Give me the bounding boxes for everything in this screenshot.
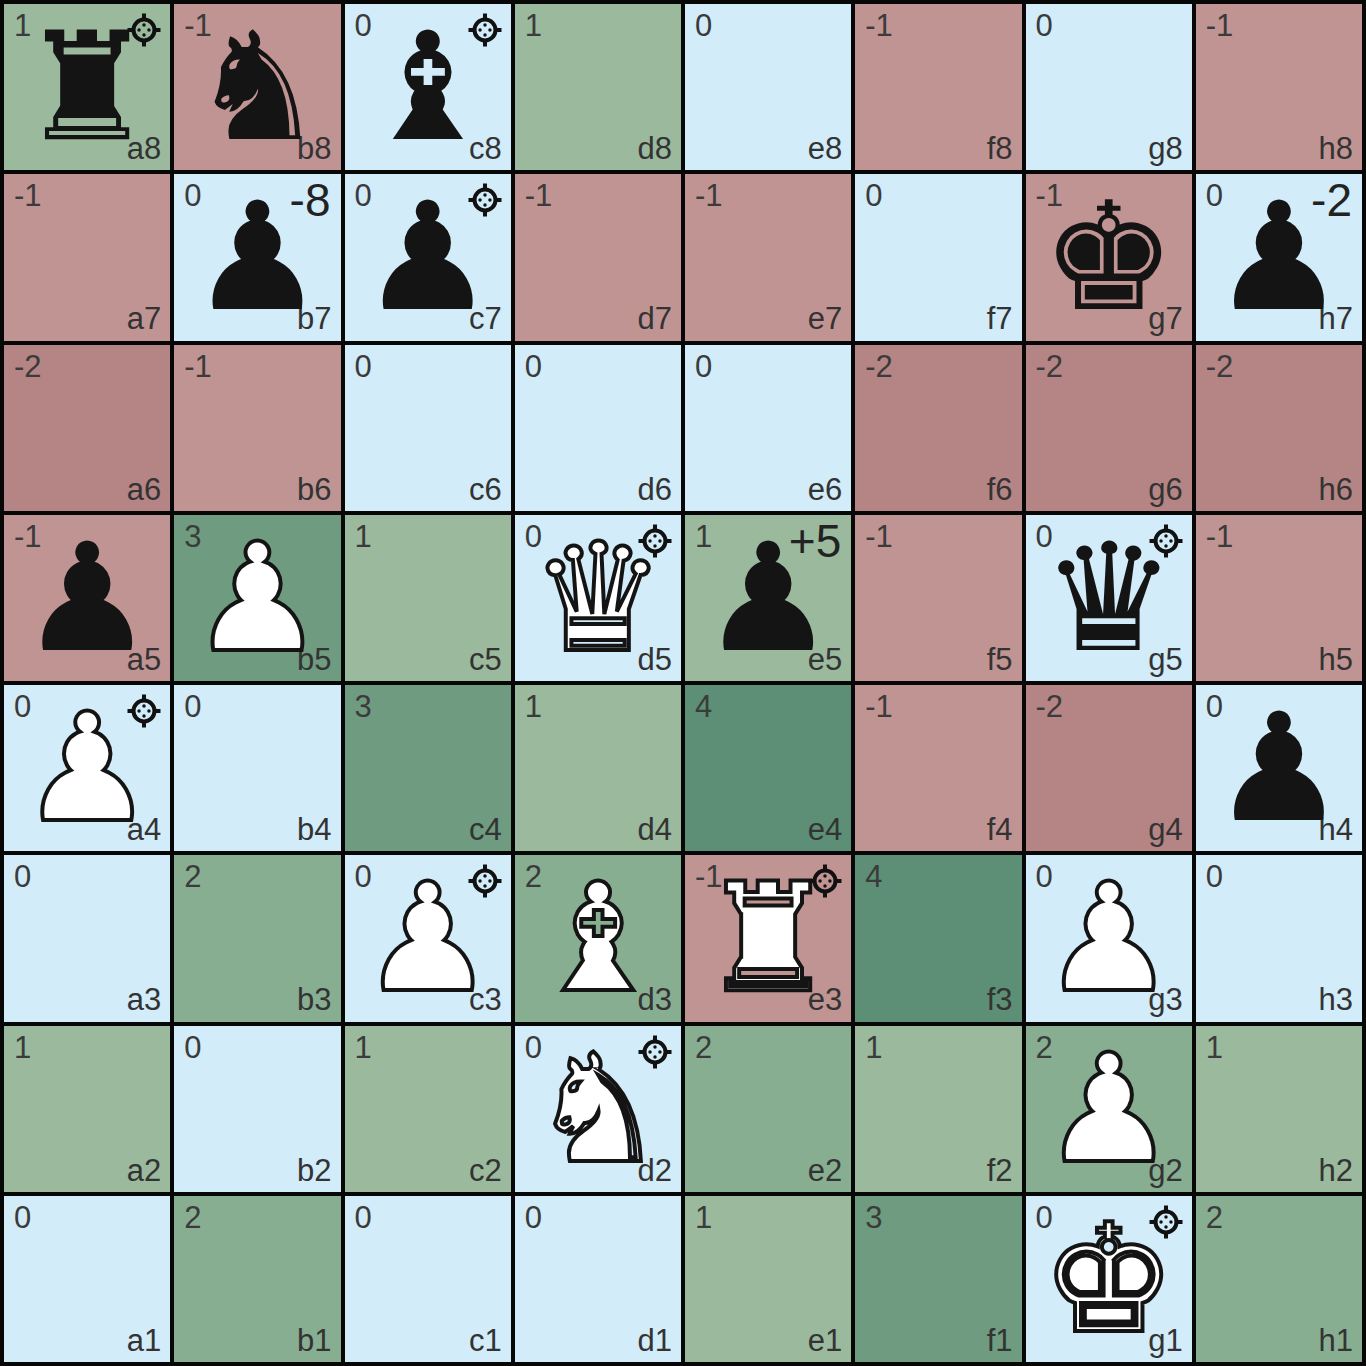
eval-value-label: 2 — [184, 859, 201, 895]
square-b2[interactable]: 0b2 — [174, 1026, 340, 1192]
square-d1[interactable]: 0d1 — [515, 1196, 681, 1362]
square-b8[interactable]: -1♞b8 — [174, 4, 340, 170]
eval-value-label: -1 — [184, 349, 212, 385]
square-h8[interactable]: -1h8 — [1196, 4, 1362, 170]
square-g2[interactable]: 2♟g2 — [1026, 1026, 1192, 1192]
eval-value-label: 3 — [184, 519, 201, 555]
square-coordinate-label: c5 — [469, 643, 502, 677]
square-h2[interactable]: 1h2 — [1196, 1026, 1362, 1192]
eval-value-label: 0 — [695, 8, 712, 44]
square-coordinate-label: d4 — [638, 813, 672, 847]
eval-value-label: 0 — [355, 859, 372, 895]
eval-value-label: 0 — [1206, 178, 1223, 214]
square-d5[interactable]: 0♛d5 — [515, 515, 681, 681]
square-f2[interactable]: 1f2 — [855, 1026, 1021, 1192]
square-coordinate-label: e4 — [808, 813, 842, 847]
chess-board: 1♜a8-1♞b80♝c81d80e8-1f80g8-1h8-1a70-8♟b7… — [0, 0, 1366, 1366]
square-coordinate-label: f4 — [987, 813, 1013, 847]
square-coordinate-label: c6 — [469, 473, 502, 507]
square-e2[interactable]: 2e2 — [685, 1026, 851, 1192]
eval-value-label: 0 — [525, 349, 542, 385]
square-f3[interactable]: 4f3 — [855, 855, 1021, 1021]
square-coordinate-label: g6 — [1148, 473, 1182, 507]
square-a1[interactable]: 0a1 — [4, 1196, 170, 1362]
square-a3[interactable]: 0a3 — [4, 855, 170, 1021]
eval-value-label: -2 — [1036, 349, 1064, 385]
square-c4[interactable]: 3c4 — [345, 685, 511, 851]
square-g6[interactable]: -2g6 — [1026, 345, 1192, 511]
eval-value-label: -1 — [1206, 8, 1234, 44]
eval-value-label: 0 — [184, 689, 201, 725]
square-coordinate-label: b1 — [297, 1324, 331, 1358]
eval-value-label: -1 — [1206, 519, 1234, 555]
eval-value-label: -1 — [14, 519, 42, 555]
square-coordinate-label: e8 — [808, 132, 842, 166]
square-coordinate-label: d6 — [638, 473, 672, 507]
crosshair-target-icon — [1148, 523, 1184, 559]
square-b4[interactable]: 0b4 — [174, 685, 340, 851]
square-a6[interactable]: -2a6 — [4, 345, 170, 511]
eval-value-label: 1 — [14, 8, 31, 44]
square-f1[interactable]: 3f1 — [855, 1196, 1021, 1362]
eval-value-label: 0 — [184, 1030, 201, 1066]
eval-value-label: -1 — [695, 178, 723, 214]
square-e1[interactable]: 1e1 — [685, 1196, 851, 1362]
square-coordinate-label: b3 — [297, 983, 331, 1017]
eval-value-label: 0 — [14, 1200, 31, 1236]
square-a7[interactable]: -1a7 — [4, 174, 170, 340]
eval-value-label: 0 — [355, 349, 372, 385]
eval-value-label: 0 — [1036, 859, 1053, 895]
square-g3[interactable]: 0♟g3 — [1026, 855, 1192, 1021]
score-annotation-label: -8 — [290, 174, 331, 227]
crosshair-target-icon — [637, 1034, 673, 1070]
crosshair-target-icon — [1148, 1204, 1184, 1240]
square-coordinate-label: b4 — [297, 813, 331, 847]
square-coordinate-label: h3 — [1319, 983, 1353, 1017]
square-coordinate-label: a2 — [127, 1154, 161, 1188]
square-d8[interactable]: 1d8 — [515, 4, 681, 170]
square-coordinate-label: f8 — [987, 132, 1013, 166]
square-coordinate-label: f2 — [987, 1154, 1013, 1188]
square-h4[interactable]: 0♟h4 — [1196, 685, 1362, 851]
square-d6[interactable]: 0d6 — [515, 345, 681, 511]
eval-value-label: 2 — [184, 1200, 201, 1236]
square-coordinate-label: c4 — [469, 813, 502, 847]
eval-value-label: 3 — [355, 689, 372, 725]
eval-value-label: 0 — [14, 689, 31, 725]
square-c3[interactable]: 0♟c3 — [345, 855, 511, 1021]
square-a8[interactable]: 1♜a8 — [4, 4, 170, 170]
eval-value-label: 0 — [1036, 519, 1053, 555]
crosshair-target-icon — [126, 693, 162, 729]
eval-value-label: 0 — [184, 178, 201, 214]
square-h5[interactable]: -1h5 — [1196, 515, 1362, 681]
square-coordinate-label: b6 — [297, 473, 331, 507]
eval-value-label: -2 — [1206, 349, 1234, 385]
square-coordinate-label: e7 — [808, 302, 842, 336]
square-coordinate-label: b2 — [297, 1154, 331, 1188]
eval-value-label: 0 — [865, 178, 882, 214]
eval-value-label: 1 — [695, 519, 712, 555]
square-f6[interactable]: -2f6 — [855, 345, 1021, 511]
eval-value-label: -1 — [525, 178, 553, 214]
eval-value-label: 2 — [1036, 1030, 1053, 1066]
eval-value-label: -2 — [865, 349, 893, 385]
square-coordinate-label: h8 — [1319, 132, 1353, 166]
square-h1[interactable]: 2h1 — [1196, 1196, 1362, 1362]
square-c8[interactable]: 0♝c8 — [345, 4, 511, 170]
crosshair-target-icon — [637, 523, 673, 559]
square-a4[interactable]: 0♟a4 — [4, 685, 170, 851]
eval-value-label: 1 — [695, 1200, 712, 1236]
square-coordinate-label: a3 — [127, 983, 161, 1017]
square-coordinate-label: d1 — [638, 1324, 672, 1358]
crosshair-target-icon — [467, 863, 503, 899]
square-d4[interactable]: 1d4 — [515, 685, 681, 851]
square-coordinate-label: a6 — [127, 473, 161, 507]
square-b5[interactable]: 3♟b5 — [174, 515, 340, 681]
eval-value-label: 4 — [695, 689, 712, 725]
square-g1[interactable]: 0♚g1 — [1026, 1196, 1192, 1362]
square-g5[interactable]: 0♛g5 — [1026, 515, 1192, 681]
eval-value-label: -1 — [865, 519, 893, 555]
square-d2[interactable]: 0♞d2 — [515, 1026, 681, 1192]
square-e6[interactable]: 0e6 — [685, 345, 851, 511]
score-annotation-label: +5 — [789, 515, 841, 568]
square-coordinate-label: f5 — [987, 643, 1013, 677]
eval-value-label: 2 — [695, 1030, 712, 1066]
eval-value-label: 1 — [525, 689, 542, 725]
eval-value-label: -1 — [865, 8, 893, 44]
eval-value-label: 0 — [14, 859, 31, 895]
square-coordinate-label: h1 — [1319, 1324, 1353, 1358]
square-coordinate-label: e1 — [808, 1324, 842, 1358]
square-coordinate-label: f3 — [987, 983, 1013, 1017]
crosshair-target-icon — [467, 182, 503, 218]
square-e7[interactable]: -1e7 — [685, 174, 851, 340]
eval-value-label: -1 — [695, 859, 723, 895]
square-h7[interactable]: 0-2♟h7 — [1196, 174, 1362, 340]
square-coordinate-label: c2 — [469, 1154, 502, 1188]
square-coordinate-label: h6 — [1319, 473, 1353, 507]
square-c7[interactable]: 0♟c7 — [345, 174, 511, 340]
square-f8[interactable]: -1f8 — [855, 4, 1021, 170]
eval-value-label: 1 — [525, 8, 542, 44]
square-coordinate-label: h5 — [1319, 643, 1353, 677]
square-coordinate-label: a7 — [127, 302, 161, 336]
eval-value-label: 0 — [355, 178, 372, 214]
square-coordinate-label: g4 — [1148, 813, 1182, 847]
eval-value-label: -1 — [1036, 178, 1064, 214]
square-g7[interactable]: -1♚g7 — [1026, 174, 1192, 340]
square-e5[interactable]: 1+5♟e5 — [685, 515, 851, 681]
eval-value-label: 0 — [1036, 1200, 1053, 1236]
square-h6[interactable]: -2h6 — [1196, 345, 1362, 511]
eval-value-label: 0 — [1206, 859, 1223, 895]
eval-value-label: 0 — [525, 1030, 542, 1066]
eval-value-label: 2 — [1206, 1200, 1223, 1236]
eval-value-label: 0 — [525, 519, 542, 555]
square-a5[interactable]: -1♟a5 — [4, 515, 170, 681]
square-coordinate-label: f6 — [987, 473, 1013, 507]
square-b6[interactable]: -1b6 — [174, 345, 340, 511]
eval-value-label: -2 — [14, 349, 42, 385]
square-coordinate-label: a1 — [127, 1324, 161, 1358]
crosshair-target-icon — [126, 12, 162, 48]
square-coordinate-label: c1 — [469, 1324, 502, 1358]
square-g8[interactable]: 0g8 — [1026, 4, 1192, 170]
eval-value-label: 2 — [525, 859, 542, 895]
eval-value-label: 0 — [355, 1200, 372, 1236]
square-c6[interactable]: 0c6 — [345, 345, 511, 511]
square-coordinate-label: d7 — [638, 302, 672, 336]
square-coordinate-label: d8 — [638, 132, 672, 166]
square-coordinate-label: h2 — [1319, 1154, 1353, 1188]
square-b7[interactable]: 0-8♟b7 — [174, 174, 340, 340]
square-e4[interactable]: 4e4 — [685, 685, 851, 851]
square-f4[interactable]: -1f4 — [855, 685, 1021, 851]
square-d7[interactable]: -1d7 — [515, 174, 681, 340]
eval-value-label: 4 — [865, 859, 882, 895]
eval-value-label: -1 — [184, 8, 212, 44]
eval-value-label: -2 — [1036, 689, 1064, 725]
square-b1[interactable]: 2b1 — [174, 1196, 340, 1362]
square-h3[interactable]: 0h3 — [1196, 855, 1362, 1021]
square-c2[interactable]: 1c2 — [345, 1026, 511, 1192]
square-g4[interactable]: -2g4 — [1026, 685, 1192, 851]
eval-value-label: 1 — [14, 1030, 31, 1066]
crosshair-target-icon — [807, 863, 843, 899]
eval-value-label: 0 — [355, 8, 372, 44]
square-coordinate-label: e6 — [808, 473, 842, 507]
eval-value-label: 0 — [1036, 8, 1053, 44]
square-b3[interactable]: 2b3 — [174, 855, 340, 1021]
square-coordinate-label: f1 — [987, 1324, 1013, 1358]
eval-value-label: -1 — [865, 689, 893, 725]
square-coordinate-label: e2 — [808, 1154, 842, 1188]
square-a2[interactable]: 1a2 — [4, 1026, 170, 1192]
square-f5[interactable]: -1f5 — [855, 515, 1021, 681]
square-coordinate-label: g8 — [1148, 132, 1182, 166]
square-e3[interactable]: -1♜e3 — [685, 855, 851, 1021]
square-coordinate-label: f7 — [987, 302, 1013, 336]
square-d3[interactable]: 2♝d3 — [515, 855, 681, 1021]
eval-value-label: 1 — [355, 1030, 372, 1066]
eval-value-label: 0 — [1206, 689, 1223, 725]
square-f7[interactable]: 0f7 — [855, 174, 1021, 340]
eval-value-label: 1 — [355, 519, 372, 555]
square-e8[interactable]: 0e8 — [685, 4, 851, 170]
eval-value-label: 1 — [865, 1030, 882, 1066]
eval-value-label: 0 — [695, 349, 712, 385]
eval-value-label: 0 — [525, 1200, 542, 1236]
square-c1[interactable]: 0c1 — [345, 1196, 511, 1362]
eval-value-label: 1 — [1206, 1030, 1223, 1066]
eval-value-label: 3 — [865, 1200, 882, 1236]
square-c5[interactable]: 1c5 — [345, 515, 511, 681]
eval-value-label: -1 — [14, 178, 42, 214]
crosshair-target-icon — [467, 12, 503, 48]
score-annotation-label: -2 — [1311, 174, 1352, 227]
